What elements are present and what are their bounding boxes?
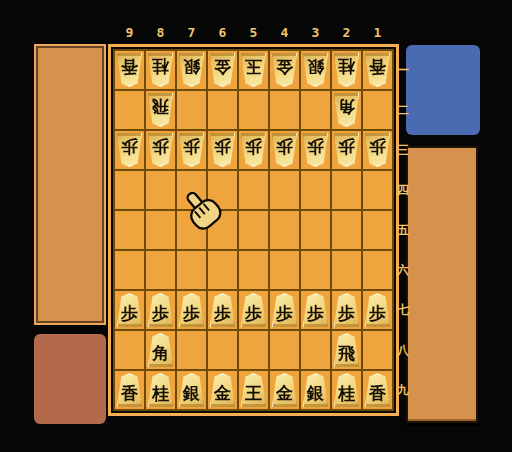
piece-kanji: 歩 [121,299,138,322]
file-label-9: 9 [115,25,144,40]
board-cell-3四[interactable] [301,171,330,209]
shogi-piece-sente[interactable]: 歩 [364,293,391,327]
shogi-piece-gote[interactable]: 銀 [302,53,329,87]
rank-label-4: 四 [394,181,412,199]
captured-pieces-tray-left[interactable] [34,44,106,325]
shogi-piece-sente[interactable]: 歩 [147,293,174,327]
board-cell-6七[interactable]: 歩 [208,291,237,329]
board-cell-8二[interactable]: 飛 [146,91,175,129]
board-cell-9九[interactable]: 香 [115,371,144,409]
piece-kanji: 歩 [214,139,231,162]
board-cell-8一[interactable]: 桂 [146,51,175,89]
board-cell-8四[interactable] [146,171,175,209]
shogi-piece-gote[interactable]: 歩 [240,133,267,167]
piece-kanji: 歩 [152,299,169,322]
shogi-piece-sente[interactable]: 銀 [302,373,329,407]
board-cell-1七[interactable]: 歩 [363,291,392,329]
board-cell-6五[interactable] [208,211,237,249]
shogi-piece-gote[interactable]: 香 [116,53,143,87]
shogi-piece-sente[interactable]: 歩 [116,293,143,327]
shogi-piece-sente[interactable]: 歩 [271,293,298,327]
piece-kanji: 金 [214,59,231,82]
board-cell-1四[interactable] [363,171,392,209]
board-cell-2二[interactable]: 角 [332,91,361,129]
board-cell-2一[interactable]: 桂 [332,51,361,89]
shogi-piece-sente[interactable]: 飛 [333,333,360,367]
board-cell-5三[interactable]: 歩 [239,131,268,169]
piece-kanji: 桂 [338,379,355,402]
board-cell-9三[interactable]: 歩 [115,131,144,169]
shogi-piece-gote[interactable]: 歩 [333,133,360,167]
file-label-3: 3 [301,25,330,40]
board-cell-9四[interactable] [115,171,144,209]
piece-kanji: 金 [276,379,293,402]
file-label-8: 8 [146,25,175,40]
shogi-piece-sente[interactable]: 歩 [333,293,360,327]
shogi-piece-sente[interactable]: 桂 [333,373,360,407]
shogi-piece-gote[interactable]: 玉 [240,53,267,87]
piece-kanji: 王 [245,379,262,402]
rank-label-3: 三 [394,141,412,159]
board-cell-4五[interactable] [270,211,299,249]
rank-label-7: 七 [394,301,412,319]
shogi-piece-sente[interactable]: 金 [209,373,236,407]
shogi-piece-gote[interactable]: 飛 [147,93,174,127]
board-cell-6八[interactable] [208,331,237,369]
board-cell-7六[interactable] [177,251,206,289]
shogi-piece-sente[interactable]: 香 [364,373,391,407]
board-cell-5七[interactable]: 歩 [239,291,268,329]
board-cell-2九[interactable]: 桂 [332,371,361,409]
board-cell-2七[interactable]: 歩 [332,291,361,329]
board-cell-7九[interactable]: 銀 [177,371,206,409]
board-cell-8六[interactable] [146,251,175,289]
board-cell-6二[interactable] [208,91,237,129]
board-cell-7八[interactable] [177,331,206,369]
rank-label-2: 二 [394,101,412,119]
piece-kanji: 銀 [307,59,324,82]
shogi-piece-gote[interactable]: 歩 [302,133,329,167]
piece-kanji: 角 [338,99,355,122]
board-cell-9一[interactable]: 香 [115,51,144,89]
board-cell-1九[interactable]: 香 [363,371,392,409]
shogi-piece-gote[interactable]: 歩 [147,133,174,167]
board-cell-6六[interactable] [208,251,237,289]
board-cell-1二[interactable] [363,91,392,129]
board-cell-1八[interactable] [363,331,392,369]
shogi-piece-sente[interactable]: 桂 [147,373,174,407]
board-cell-4四[interactable] [270,171,299,209]
piece-kanji: 飛 [338,339,355,362]
piece-kanji: 金 [214,379,231,402]
piece-kanji: 桂 [338,59,355,82]
board-cell-9六[interactable] [115,251,144,289]
file-label-2: 2 [332,25,361,40]
shogi-piece-gote[interactable]: 金 [209,53,236,87]
piece-kanji: 歩 [307,139,324,162]
rank-label-5: 五 [394,221,412,239]
shogi-piece-sente[interactable]: 歩 [240,293,267,327]
piece-kanji: 歩 [338,139,355,162]
board-cell-4二[interactable] [270,91,299,129]
board-cell-7三[interactable]: 歩 [177,131,206,169]
piece-kanji: 歩 [369,139,386,162]
shogi-piece-sente[interactable]: 銀 [178,373,205,407]
piece-kanji: 歩 [245,299,262,322]
piece-kanji: 歩 [183,139,200,162]
board-cell-3一[interactable]: 銀 [301,51,330,89]
piece-kanji: 角 [152,339,169,362]
shogi-piece-sente[interactable]: 王 [240,373,267,407]
board-cell-8九[interactable]: 桂 [146,371,175,409]
piece-kanji: 歩 [183,299,200,322]
captured-pieces-tray-right[interactable] [406,146,478,423]
board-cell-5九[interactable]: 王 [239,371,268,409]
board-cell-8八[interactable]: 角 [146,331,175,369]
shogi-piece-sente[interactable]: 香 [116,373,143,407]
piece-kanji: 銀 [183,379,200,402]
board-cell-8五[interactable] [146,211,175,249]
piece-kanji: 歩 [214,299,231,322]
shogi-piece-gote[interactable]: 桂 [333,53,360,87]
board-cell-6一[interactable]: 金 [208,51,237,89]
rank-label-9: 九 [394,381,412,399]
shogi-piece-gote[interactable]: 銀 [178,53,205,87]
shogi-piece-gote[interactable]: 角 [333,93,360,127]
piece-kanji: 香 [121,59,138,82]
shogi-piece-sente[interactable]: 角 [147,333,174,367]
piece-kanji: 歩 [369,299,386,322]
file-label-4: 4 [270,25,299,40]
shogi-piece-sente[interactable]: 歩 [209,293,236,327]
board-cell-3九[interactable]: 銀 [301,371,330,409]
piece-kanji: 桂 [152,59,169,82]
piece-kanji: 歩 [245,139,262,162]
board-cell-1一[interactable]: 香 [363,51,392,89]
board-cell-4六[interactable] [270,251,299,289]
info-panel-top-right [406,45,480,135]
board-cell-9八[interactable] [115,331,144,369]
shogi-piece-gote[interactable]: 歩 [116,133,143,167]
rank-label-1: 一 [394,61,412,79]
board-cell-1六[interactable] [363,251,392,289]
shogi-piece-gote[interactable]: 歩 [209,133,236,167]
board-cell-5四[interactable] [239,171,268,209]
board-cell-5一[interactable]: 玉 [239,51,268,89]
board-cell-5八[interactable] [239,331,268,369]
board-cell-3五[interactable] [301,211,330,249]
board-cell-7二[interactable] [177,91,206,129]
board-cell-2五[interactable] [332,211,361,249]
rank-label-6: 六 [394,261,412,279]
board-cell-7一[interactable]: 銀 [177,51,206,89]
shogi-piece-gote[interactable]: 歩 [178,133,205,167]
board-cell-3六[interactable] [301,251,330,289]
board-cell-2四[interactable] [332,171,361,209]
piece-kanji: 歩 [276,299,293,322]
board-cell-3二[interactable] [301,91,330,129]
board-cell-6三[interactable]: 歩 [208,131,237,169]
board-cell-7七[interactable]: 歩 [177,291,206,329]
piece-kanji: 歩 [276,139,293,162]
piece-kanji: 銀 [307,379,324,402]
board-cell-2八[interactable]: 飛 [332,331,361,369]
file-label-6: 6 [208,25,237,40]
board-cell-5六[interactable] [239,251,268,289]
piece-kanji: 歩 [307,299,324,322]
board-cell-3七[interactable]: 歩 [301,291,330,329]
board-cell-9五[interactable] [115,211,144,249]
board-cell-9二[interactable] [115,91,144,129]
board-cell-2三[interactable]: 歩 [332,131,361,169]
piece-kanji: 玉 [245,59,262,82]
board-cell-6九[interactable]: 金 [208,371,237,409]
shogi-piece-sente[interactable]: 歩 [178,293,205,327]
piece-kanji: 銀 [183,59,200,82]
piece-kanji: 飛 [152,99,169,122]
file-label-1: 1 [363,25,392,40]
file-label-7: 7 [177,25,206,40]
board-cell-7四[interactable] [177,171,206,209]
piece-kanji: 歩 [121,139,138,162]
piece-kanji: 香 [369,59,386,82]
piece-kanji: 歩 [152,139,169,162]
board-cell-8三[interactable]: 歩 [146,131,175,169]
info-panel-bottom-left [34,334,106,424]
piece-kanji: 歩 [338,299,355,322]
board-cell-8七[interactable]: 歩 [146,291,175,329]
shogi-piece-gote[interactable]: 香 [364,53,391,87]
board-cell-1五[interactable] [363,211,392,249]
board-cell-4一[interactable]: 金 [270,51,299,89]
board-cell-5二[interactable] [239,91,268,129]
piece-kanji: 香 [369,379,386,402]
shogi-piece-gote[interactable]: 歩 [271,133,298,167]
board-cell-5五[interactable] [239,211,268,249]
shogi-piece-gote[interactable]: 桂 [147,53,174,87]
file-label-5: 5 [239,25,268,40]
board-cell-2六[interactable] [332,251,361,289]
piece-kanji: 金 [276,59,293,82]
board-cell-4九[interactable]: 金 [270,371,299,409]
shogi-piece-gote[interactable]: 歩 [364,133,391,167]
rank-label-8: 八 [394,341,412,359]
board-cell-3八[interactable] [301,331,330,369]
shogi-piece-sente[interactable]: 歩 [302,293,329,327]
board-cell-6四[interactable] [208,171,237,209]
shogi-board: 香桂銀金玉金銀桂香飛角歩歩歩歩歩歩歩歩歩歩歩歩歩歩歩歩歩歩角飛香桂銀金王金銀桂香 [108,44,399,416]
board-cell-1三[interactable]: 歩 [363,131,392,169]
board-cell-3三[interactable]: 歩 [301,131,330,169]
shogi-piece-sente[interactable]: 金 [271,373,298,407]
board-cell-9七[interactable]: 歩 [115,291,144,329]
board-cell-4七[interactable]: 歩 [270,291,299,329]
board-grid: 香桂銀金玉金銀桂香飛角歩歩歩歩歩歩歩歩歩歩歩歩歩歩歩歩歩歩角飛香桂銀金王金銀桂香 [113,49,394,411]
piece-kanji: 香 [121,379,138,402]
board-cell-4三[interactable]: 歩 [270,131,299,169]
board-cell-7五[interactable] [177,211,206,249]
board-cell-4八[interactable] [270,331,299,369]
piece-kanji: 桂 [152,379,169,402]
shogi-piece-gote[interactable]: 金 [271,53,298,87]
